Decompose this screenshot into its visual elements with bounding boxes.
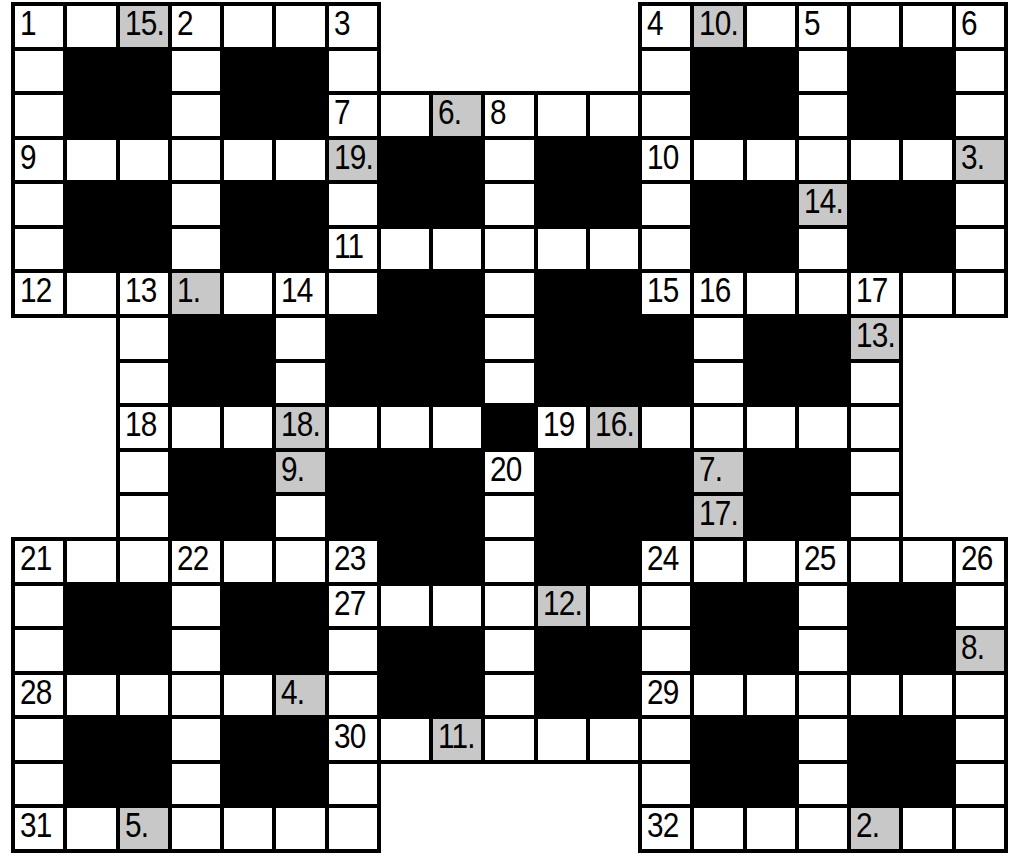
white-cell[interactable] <box>168 225 224 274</box>
white-cell[interactable]: 30 <box>325 715 381 764</box>
clue-number: 5 <box>804 7 820 39</box>
white-cell[interactable] <box>638 760 694 809</box>
black-cell <box>272 582 328 631</box>
white-cell[interactable] <box>11 225 67 274</box>
white-cell[interactable] <box>743 269 799 318</box>
white-cell[interactable]: 27 <box>325 582 381 631</box>
solution-cell[interactable]: 7. <box>690 448 746 497</box>
black-cell <box>690 180 746 229</box>
white-cell[interactable] <box>116 136 172 185</box>
white-cell[interactable] <box>952 671 1008 720</box>
solution-cell-number: 6. <box>438 96 461 128</box>
solution-cell[interactable]: 17. <box>690 492 746 541</box>
clue-number: 3 <box>334 7 350 39</box>
white-cell[interactable] <box>638 91 694 140</box>
black-cell <box>116 47 172 96</box>
solution-cell-number: 2. <box>856 809 879 841</box>
white-cell[interactable] <box>11 626 67 675</box>
white-cell[interactable]: 1 <box>11 2 67 51</box>
white-cell[interactable] <box>325 671 381 720</box>
black-cell <box>534 136 590 185</box>
black-cell <box>377 269 433 318</box>
black-cell <box>63 715 119 764</box>
white-cell[interactable] <box>690 671 746 720</box>
black-cell <box>690 225 746 274</box>
puzzle-board: 115.23410.5676.8919.103.14.1112131.14151… <box>11 2 1008 853</box>
white-cell[interactable] <box>690 136 746 185</box>
solution-cell-number: 4. <box>281 676 304 708</box>
white-cell[interactable] <box>952 715 1008 764</box>
white-cell[interactable]: 19 <box>534 403 590 452</box>
white-cell[interactable] <box>638 225 694 274</box>
black-cell <box>116 715 172 764</box>
clue-number: 10 <box>647 141 678 173</box>
white-cell[interactable] <box>325 180 381 229</box>
white-cell[interactable] <box>63 269 119 318</box>
black-cell <box>325 314 381 363</box>
white-cell[interactable] <box>795 91 851 140</box>
white-cell[interactable] <box>168 403 224 452</box>
white-cell[interactable] <box>690 403 746 452</box>
white-cell[interactable] <box>116 537 172 586</box>
white-cell[interactable] <box>795 47 851 96</box>
black-cell <box>429 448 485 497</box>
white-cell[interactable] <box>325 760 381 809</box>
white-cell[interactable] <box>899 269 955 318</box>
black-cell <box>325 448 381 497</box>
black-cell <box>795 492 851 541</box>
clue-number: 23 <box>334 542 365 574</box>
solution-cell[interactable]: 2. <box>847 804 903 853</box>
black-cell <box>534 269 590 318</box>
white-cell[interactable] <box>481 136 537 185</box>
solution-cell[interactable]: 5. <box>116 804 172 853</box>
black-cell <box>272 91 328 140</box>
white-cell[interactable] <box>11 582 67 631</box>
white-cell[interactable] <box>795 804 851 853</box>
black-cell <box>429 626 485 675</box>
white-cell[interactable] <box>481 225 537 274</box>
solution-cell[interactable]: 14. <box>795 180 851 229</box>
white-cell[interactable] <box>325 804 381 853</box>
black-cell <box>481 403 537 452</box>
white-cell[interactable]: 8 <box>481 91 537 140</box>
white-cell[interactable] <box>220 136 276 185</box>
clue-number: 13 <box>125 274 156 306</box>
white-cell[interactable] <box>952 804 1008 853</box>
white-cell[interactable] <box>272 314 328 363</box>
black-cell <box>743 448 799 497</box>
white-cell[interactable] <box>795 403 851 452</box>
white-cell[interactable] <box>743 671 799 720</box>
white-cell[interactable] <box>481 715 537 764</box>
white-cell[interactable] <box>952 91 1008 140</box>
white-cell[interactable] <box>168 671 224 720</box>
white-cell[interactable] <box>325 269 381 318</box>
black-cell <box>116 225 172 274</box>
white-cell[interactable] <box>116 492 172 541</box>
white-cell[interactable]: 4 <box>638 2 694 51</box>
white-cell[interactable] <box>690 314 746 363</box>
black-cell <box>272 626 328 675</box>
white-cell[interactable]: 14 <box>272 269 328 318</box>
white-cell[interactable] <box>690 359 746 408</box>
white-cell[interactable] <box>220 804 276 853</box>
white-cell[interactable] <box>481 582 537 631</box>
white-cell[interactable]: 32 <box>638 804 694 853</box>
solution-cell-number: 3. <box>961 141 984 173</box>
black-cell <box>690 715 746 764</box>
white-cell[interactable] <box>743 804 799 853</box>
black-cell <box>168 448 224 497</box>
white-cell[interactable]: 10 <box>638 136 694 185</box>
black-cell <box>220 91 276 140</box>
white-cell[interactable] <box>743 403 799 452</box>
white-cell[interactable] <box>847 448 903 497</box>
black-cell <box>847 180 903 229</box>
white-cell[interactable] <box>481 537 537 586</box>
black-cell <box>377 180 433 229</box>
white-cell[interactable] <box>743 2 799 51</box>
black-cell <box>743 91 799 140</box>
white-cell[interactable] <box>272 2 328 51</box>
white-cell[interactable] <box>481 269 537 318</box>
white-cell[interactable] <box>377 582 433 631</box>
white-cell[interactable]: 17 <box>847 269 903 318</box>
white-cell[interactable] <box>690 537 746 586</box>
black-cell <box>534 359 590 408</box>
white-cell[interactable]: 5 <box>795 2 851 51</box>
solution-cell-number: 18. <box>281 408 320 440</box>
white-cell[interactable] <box>272 537 328 586</box>
black-cell <box>272 715 328 764</box>
white-cell[interactable] <box>586 582 642 631</box>
white-cell[interactable]: 22 <box>168 537 224 586</box>
white-cell[interactable] <box>795 582 851 631</box>
black-cell <box>429 492 485 541</box>
white-cell[interactable] <box>63 2 119 51</box>
black-cell <box>377 359 433 408</box>
white-cell[interactable] <box>481 180 537 229</box>
white-cell[interactable]: 21 <box>11 537 67 586</box>
black-cell <box>272 225 328 274</box>
white-cell[interactable] <box>586 715 642 764</box>
black-cell <box>638 314 694 363</box>
white-cell[interactable]: 12 <box>11 269 67 318</box>
white-cell[interactable] <box>690 804 746 853</box>
white-cell[interactable] <box>168 760 224 809</box>
black-cell <box>847 225 903 274</box>
white-cell[interactable] <box>638 626 694 675</box>
black-cell <box>743 582 799 631</box>
black-cell <box>429 269 485 318</box>
clue-number: 25 <box>804 542 835 574</box>
white-cell[interactable]: 18 <box>116 403 172 452</box>
white-cell[interactable] <box>168 47 224 96</box>
black-cell <box>377 626 433 675</box>
black-cell <box>220 626 276 675</box>
white-cell[interactable] <box>899 804 955 853</box>
white-cell[interactable] <box>63 671 119 720</box>
black-cell <box>743 492 799 541</box>
solution-cell-number: 17. <box>699 497 738 529</box>
white-cell[interactable]: 23 <box>325 537 381 586</box>
white-cell[interactable]: 28 <box>11 671 67 720</box>
white-cell[interactable]: 20 <box>481 448 537 497</box>
black-cell <box>377 448 433 497</box>
solution-cell-number: 9. <box>281 453 304 485</box>
black-cell <box>847 760 903 809</box>
white-cell[interactable] <box>63 537 119 586</box>
white-cell[interactable] <box>952 225 1008 274</box>
white-cell[interactable]: 13 <box>116 269 172 318</box>
white-cell[interactable] <box>952 582 1008 631</box>
white-cell[interactable] <box>429 225 485 274</box>
white-cell[interactable] <box>481 492 537 541</box>
white-cell[interactable] <box>743 537 799 586</box>
black-cell <box>220 715 276 764</box>
black-cell <box>690 91 746 140</box>
clue-number: 16 <box>699 274 730 306</box>
white-cell[interactable] <box>847 2 903 51</box>
solution-cell[interactable]: 19. <box>325 136 381 185</box>
white-cell[interactable] <box>377 225 433 274</box>
white-cell[interactable] <box>847 136 903 185</box>
white-cell[interactable] <box>168 582 224 631</box>
black-cell <box>220 359 276 408</box>
white-cell[interactable] <box>847 671 903 720</box>
white-cell[interactable] <box>638 582 694 631</box>
white-cell[interactable] <box>899 136 955 185</box>
black-cell <box>429 359 485 408</box>
white-cell[interactable] <box>220 269 276 318</box>
black-cell <box>116 91 172 140</box>
white-cell[interactable] <box>847 492 903 541</box>
white-cell[interactable] <box>847 359 903 408</box>
white-cell[interactable] <box>952 47 1008 96</box>
white-cell[interactable] <box>168 180 224 229</box>
white-cell[interactable] <box>377 403 433 452</box>
white-cell[interactable] <box>638 47 694 96</box>
white-cell[interactable] <box>272 492 328 541</box>
white-cell[interactable] <box>168 136 224 185</box>
white-cell[interactable] <box>116 671 172 720</box>
white-cell[interactable] <box>429 403 485 452</box>
black-cell <box>116 626 172 675</box>
clue-number: 18 <box>125 408 156 440</box>
black-cell <box>743 626 799 675</box>
white-cell[interactable] <box>11 760 67 809</box>
white-cell[interactable]: 31 <box>11 804 67 853</box>
white-cell[interactable] <box>952 269 1008 318</box>
white-cell[interactable]: 16 <box>690 269 746 318</box>
black-cell <box>586 314 642 363</box>
white-cell[interactable]: 9 <box>11 136 67 185</box>
black-cell <box>63 626 119 675</box>
black-cell <box>429 537 485 586</box>
black-cell <box>116 760 172 809</box>
black-cell <box>847 91 903 140</box>
white-cell[interactable] <box>795 760 851 809</box>
black-cell <box>377 136 433 185</box>
white-cell[interactable] <box>952 180 1008 229</box>
white-cell[interactable]: 15 <box>638 269 694 318</box>
white-cell[interactable] <box>272 359 328 408</box>
black-cell <box>168 359 224 408</box>
white-cell[interactable] <box>325 47 381 96</box>
black-cell <box>743 225 799 274</box>
white-cell[interactable] <box>325 626 381 675</box>
white-cell[interactable] <box>899 671 955 720</box>
clue-number: 31 <box>20 809 51 841</box>
white-cell[interactable] <box>220 537 276 586</box>
black-cell <box>690 626 746 675</box>
black-cell <box>586 537 642 586</box>
solution-cell[interactable]: 1. <box>168 269 224 318</box>
black-cell <box>429 671 485 720</box>
black-cell <box>63 760 119 809</box>
white-cell[interactable] <box>899 537 955 586</box>
black-cell <box>743 760 799 809</box>
white-cell[interactable]: 3 <box>325 2 381 51</box>
white-cell[interactable]: 24 <box>638 537 694 586</box>
white-cell[interactable] <box>638 403 694 452</box>
black-cell <box>377 671 433 720</box>
white-cell[interactable] <box>63 804 119 853</box>
white-cell[interactable]: 2 <box>168 2 224 51</box>
white-cell[interactable] <box>11 47 67 96</box>
black-cell <box>743 180 799 229</box>
black-cell <box>534 492 590 541</box>
clue-number: 30 <box>334 720 365 752</box>
white-cell[interactable] <box>429 582 485 631</box>
clue-number: 22 <box>177 542 208 574</box>
black-cell <box>534 626 590 675</box>
puzzle-page: 115.23410.5676.8919.103.14.1112131.14151… <box>0 0 1024 859</box>
solution-cell[interactable]: 11. <box>429 715 485 764</box>
solution-cell[interactable]: 6. <box>429 91 485 140</box>
black-cell <box>220 180 276 229</box>
white-cell[interactable] <box>168 804 224 853</box>
black-cell <box>743 715 799 764</box>
white-cell[interactable]: 29 <box>638 671 694 720</box>
black-cell <box>638 492 694 541</box>
black-cell <box>377 314 433 363</box>
solution-cell-number: 12. <box>543 587 582 619</box>
white-cell[interactable] <box>220 671 276 720</box>
white-cell[interactable] <box>847 403 903 452</box>
solution-cell[interactable]: 9. <box>272 448 328 497</box>
white-cell[interactable] <box>11 91 67 140</box>
white-cell[interactable]: 11 <box>325 225 381 274</box>
white-cell[interactable] <box>795 626 851 675</box>
clue-number: 14 <box>281 274 312 306</box>
solution-cell[interactable]: 10. <box>690 2 746 51</box>
clue-number: 7 <box>334 96 350 128</box>
white-cell[interactable] <box>63 136 119 185</box>
white-cell[interactable] <box>116 359 172 408</box>
white-cell[interactable] <box>952 760 1008 809</box>
clue-number: 19 <box>543 408 574 440</box>
white-cell[interactable]: 6 <box>952 2 1008 51</box>
white-cell[interactable] <box>377 715 433 764</box>
white-cell[interactable]: 26 <box>952 537 1008 586</box>
white-cell[interactable] <box>220 403 276 452</box>
solution-cell[interactable]: 18. <box>272 403 328 452</box>
white-cell[interactable] <box>638 715 694 764</box>
white-cell[interactable] <box>481 359 537 408</box>
black-cell <box>116 180 172 229</box>
white-cell[interactable] <box>795 715 851 764</box>
white-cell[interactable] <box>481 671 537 720</box>
solution-cell[interactable]: 16. <box>586 403 642 452</box>
black-cell <box>899 760 955 809</box>
white-cell[interactable] <box>272 136 328 185</box>
white-cell[interactable] <box>272 804 328 853</box>
white-cell[interactable] <box>11 180 67 229</box>
white-cell[interactable] <box>586 225 642 274</box>
black-cell <box>743 47 799 96</box>
white-cell[interactable] <box>168 715 224 764</box>
solution-cell[interactable]: 8. <box>952 626 1008 675</box>
black-cell <box>690 47 746 96</box>
white-cell[interactable] <box>534 225 590 274</box>
clue-number: 15 <box>647 274 678 306</box>
white-cell[interactable] <box>168 626 224 675</box>
white-cell[interactable] <box>534 715 590 764</box>
solution-cell-number: 1. <box>177 274 200 306</box>
black-cell <box>847 715 903 764</box>
white-cell[interactable] <box>638 180 694 229</box>
black-cell <box>116 582 172 631</box>
white-cell[interactable] <box>795 136 851 185</box>
solution-cell[interactable]: 15. <box>116 2 172 51</box>
solution-cell-number: 11. <box>438 720 475 752</box>
solution-cell[interactable]: 13. <box>847 314 903 363</box>
white-cell[interactable] <box>220 2 276 51</box>
white-cell[interactable]: 7 <box>325 91 381 140</box>
white-cell[interactable] <box>116 448 172 497</box>
white-cell[interactable] <box>325 403 381 452</box>
white-cell[interactable] <box>11 715 67 764</box>
white-cell[interactable] <box>377 91 433 140</box>
black-cell <box>638 359 694 408</box>
white-cell[interactable]: 25 <box>795 537 851 586</box>
white-cell[interactable] <box>481 314 537 363</box>
white-cell[interactable] <box>795 671 851 720</box>
solution-cell[interactable]: 4. <box>272 671 328 720</box>
white-cell[interactable] <box>481 626 537 675</box>
white-cell[interactable] <box>534 91 590 140</box>
white-cell[interactable] <box>743 136 799 185</box>
white-cell[interactable] <box>586 91 642 140</box>
white-cell[interactable] <box>795 225 851 274</box>
black-cell <box>847 582 903 631</box>
solution-cell-number: 10. <box>699 7 738 39</box>
solution-cell[interactable]: 12. <box>534 582 590 631</box>
white-cell[interactable] <box>116 314 172 363</box>
black-cell <box>168 314 224 363</box>
white-cell[interactable] <box>168 91 224 140</box>
black-cell <box>899 47 955 96</box>
black-cell <box>586 359 642 408</box>
white-cell[interactable] <box>899 2 955 51</box>
solution-cell-number: 5. <box>125 809 148 841</box>
black-cell <box>586 136 642 185</box>
solution-cell[interactable]: 3. <box>952 136 1008 185</box>
white-cell[interactable] <box>795 269 851 318</box>
white-cell[interactable] <box>847 537 903 586</box>
